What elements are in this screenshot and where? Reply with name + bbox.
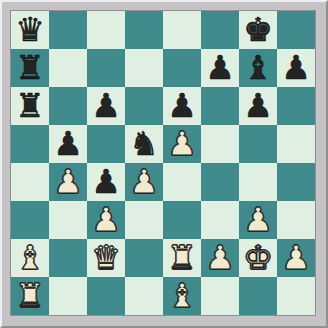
white-pawn[interactable]: ♟: [243, 201, 273, 239]
white-queen[interactable]: ♛: [91, 239, 121, 277]
square-d6[interactable]: [125, 87, 163, 125]
square-g1[interactable]: [239, 277, 277, 315]
square-h2[interactable]: ♟: [277, 239, 315, 277]
square-e3[interactable]: [163, 201, 201, 239]
black-queen[interactable]: ♛: [15, 11, 45, 49]
square-g2[interactable]: ♚: [239, 239, 277, 277]
square-f1[interactable]: [201, 277, 239, 315]
square-c2[interactable]: ♛: [87, 239, 125, 277]
square-d1[interactable]: [125, 277, 163, 315]
black-bishop[interactable]: ♝: [243, 49, 273, 87]
square-b7[interactable]: [49, 49, 87, 87]
square-h7[interactable]: ♟: [277, 49, 315, 87]
square-h5[interactable]: [277, 125, 315, 163]
square-d4[interactable]: ♟: [125, 163, 163, 201]
square-c8[interactable]: [87, 11, 125, 49]
white-rook[interactable]: ♜: [167, 239, 197, 277]
square-b2[interactable]: [49, 239, 87, 277]
white-king[interactable]: ♚: [243, 239, 273, 277]
black-pawn[interactable]: ♟: [243, 87, 273, 125]
white-rook[interactable]: ♜: [15, 277, 45, 315]
square-e8[interactable]: [163, 11, 201, 49]
square-a5[interactable]: [11, 125, 49, 163]
white-pawn[interactable]: ♟: [167, 125, 197, 163]
white-bishop[interactable]: ♝: [167, 277, 197, 315]
square-c5[interactable]: [87, 125, 125, 163]
square-b5[interactable]: ♟: [49, 125, 87, 163]
black-rook[interactable]: ♜: [15, 49, 45, 87]
black-pawn[interactable]: ♟: [91, 87, 121, 125]
square-a2[interactable]: ♝: [11, 239, 49, 277]
square-f3[interactable]: [201, 201, 239, 239]
square-g5[interactable]: [239, 125, 277, 163]
black-pawn[interactable]: ♟: [167, 87, 197, 125]
square-e6[interactable]: ♟: [163, 87, 201, 125]
white-pawn[interactable]: ♟: [129, 163, 159, 201]
square-a7[interactable]: ♜: [11, 49, 49, 87]
square-a4[interactable]: [11, 163, 49, 201]
square-a3[interactable]: [11, 201, 49, 239]
white-bishop[interactable]: ♝: [15, 239, 45, 277]
square-a1[interactable]: ♜: [11, 277, 49, 315]
white-pawn[interactable]: ♟: [281, 239, 311, 277]
square-e7[interactable]: [163, 49, 201, 87]
square-f6[interactable]: [201, 87, 239, 125]
black-king[interactable]: ♚: [243, 11, 273, 49]
square-e1[interactable]: ♝: [163, 277, 201, 315]
square-d3[interactable]: [125, 201, 163, 239]
white-pawn[interactable]: ♟: [205, 239, 235, 277]
square-b3[interactable]: [49, 201, 87, 239]
square-h1[interactable]: [277, 277, 315, 315]
square-g8[interactable]: ♚: [239, 11, 277, 49]
square-c6[interactable]: ♟: [87, 87, 125, 125]
square-h6[interactable]: [277, 87, 315, 125]
chess-board: ♛♚♜♟♝♟♜♟♟♟♟♞♟♟♟♟♟♟♝♛♜♟♚♟♜♝: [11, 11, 315, 315]
square-b4[interactable]: ♟: [49, 163, 87, 201]
square-c3[interactable]: ♟: [87, 201, 125, 239]
square-e2[interactable]: ♜: [163, 239, 201, 277]
black-knight[interactable]: ♞: [129, 125, 159, 163]
white-pawn[interactable]: ♟: [53, 163, 83, 201]
square-f8[interactable]: [201, 11, 239, 49]
square-e5[interactable]: ♟: [163, 125, 201, 163]
square-a8[interactable]: ♛: [11, 11, 49, 49]
square-h4[interactable]: [277, 163, 315, 201]
square-d7[interactable]: [125, 49, 163, 87]
square-d2[interactable]: [125, 239, 163, 277]
square-f7[interactable]: ♟: [201, 49, 239, 87]
square-h8[interactable]: [277, 11, 315, 49]
black-pawn[interactable]: ♟: [53, 125, 83, 163]
square-e4[interactable]: [163, 163, 201, 201]
square-c7[interactable]: [87, 49, 125, 87]
square-f2[interactable]: ♟: [201, 239, 239, 277]
square-g3[interactable]: ♟: [239, 201, 277, 239]
black-pawn[interactable]: ♟: [91, 163, 121, 201]
square-f5[interactable]: [201, 125, 239, 163]
square-g7[interactable]: ♝: [239, 49, 277, 87]
square-b6[interactable]: [49, 87, 87, 125]
square-b8[interactable]: [49, 11, 87, 49]
square-g6[interactable]: ♟: [239, 87, 277, 125]
square-d5[interactable]: ♞: [125, 125, 163, 163]
black-rook[interactable]: ♜: [15, 87, 45, 125]
board-frame: ♛♚♜♟♝♟♜♟♟♟♟♞♟♟♟♟♟♟♝♛♜♟♚♟♜♝: [0, 0, 328, 328]
square-d8[interactable]: [125, 11, 163, 49]
black-pawn[interactable]: ♟: [281, 49, 311, 87]
black-pawn[interactable]: ♟: [205, 49, 235, 87]
square-b1[interactable]: [49, 277, 87, 315]
white-pawn[interactable]: ♟: [91, 201, 121, 239]
square-f4[interactable]: [201, 163, 239, 201]
square-a6[interactable]: ♜: [11, 87, 49, 125]
square-c4[interactable]: ♟: [87, 163, 125, 201]
square-c1[interactable]: [87, 277, 125, 315]
square-h3[interactable]: [277, 201, 315, 239]
square-g4[interactable]: [239, 163, 277, 201]
